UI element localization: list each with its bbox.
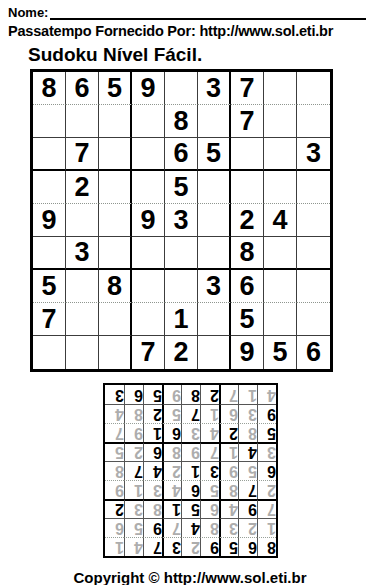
solution-cell: 5 <box>143 385 162 404</box>
puzzle-cell <box>297 72 330 105</box>
solution-cell: 6 <box>257 461 276 480</box>
puzzle-cell <box>66 270 99 303</box>
puzzle-cell: 6 <box>165 138 198 171</box>
solution-cell: 8 <box>124 404 143 423</box>
solution-grid: 8659237411238479567946518322785643196593… <box>103 383 278 558</box>
solution-cell: 7 <box>257 499 276 518</box>
solution-cell: 6 <box>219 404 238 423</box>
solution-cell: 4 <box>238 442 257 461</box>
puzzle-cell <box>66 105 99 138</box>
solution-cell: 4 <box>162 480 181 499</box>
puzzle-cell: 3 <box>198 270 231 303</box>
puzzle-cell <box>99 336 132 369</box>
solution-cell: 5 <box>257 423 276 442</box>
puzzle-cell <box>66 204 99 237</box>
solution-cell: 6 <box>124 385 143 404</box>
solution-cell: 7 <box>124 461 143 480</box>
solution-cell: 6 <box>181 480 200 499</box>
solution-cell: 7 <box>162 518 181 537</box>
solution-cell: 9 <box>143 518 162 537</box>
solution-cell: 4 <box>200 423 219 442</box>
puzzle-cell: 7 <box>33 303 66 336</box>
solution-cell: 6 <box>200 499 219 518</box>
puzzle-cell <box>99 237 132 270</box>
puzzle-cell: 9 <box>132 204 165 237</box>
puzzle-cell: 2 <box>66 171 99 204</box>
copyright: Copyright © http://www.sol.eti.br <box>0 569 380 585</box>
puzzle-cell: 7 <box>66 138 99 171</box>
solution-cell: 2 <box>162 461 181 480</box>
solution-cell: 9 <box>219 461 238 480</box>
solution-cell: 7 <box>238 480 257 499</box>
puzzle-grid: 865937877653259932438583671572956 <box>30 69 333 372</box>
puzzle-cell <box>99 138 132 171</box>
solution-cell: 2 <box>143 404 162 423</box>
solution-cell: 1 <box>105 537 124 556</box>
puzzle-cell: 5 <box>165 171 198 204</box>
puzzle-cell: 6 <box>297 336 330 369</box>
puzzle-cell: 6 <box>231 270 264 303</box>
puzzle-cell <box>297 204 330 237</box>
puzzle-cell: 9 <box>132 72 165 105</box>
solution-cell: 2 <box>257 480 276 499</box>
solution-cell: 4 <box>219 499 238 518</box>
puzzle-cell <box>231 171 264 204</box>
puzzle-cell <box>165 237 198 270</box>
puzzle-cell: 9 <box>33 204 66 237</box>
puzzle-cell <box>297 270 330 303</box>
solution-cell: 1 <box>162 499 181 518</box>
solution-cell: 8 <box>257 537 276 556</box>
solution-cell: 8 <box>181 385 200 404</box>
name-underline <box>50 6 366 20</box>
name-row: Nome: <box>0 0 380 20</box>
solution-cell: 2 <box>200 385 219 404</box>
solution-cell: 9 <box>200 537 219 556</box>
puzzle-cell <box>132 270 165 303</box>
puzzle-cell: 8 <box>165 105 198 138</box>
puzzle-cell: 7 <box>132 336 165 369</box>
solution-cell: 7 <box>219 385 238 404</box>
puzzle-cell: 6 <box>66 72 99 105</box>
solution-cell: 3 <box>105 385 124 404</box>
puzzle-cell <box>33 138 66 171</box>
solution-cell: 9 <box>124 423 143 442</box>
puzzle-cell <box>33 105 66 138</box>
solution-cell: 3 <box>181 423 200 442</box>
solution-cell: 6 <box>105 518 124 537</box>
solution-cell: 1 <box>238 385 257 404</box>
puzzle-cell: 2 <box>165 336 198 369</box>
provider-line: Passatempo Fornecido Por: http://www.sol… <box>0 20 380 39</box>
solution-cell: 5 <box>200 480 219 499</box>
solution-cell: 3 <box>238 404 257 423</box>
solution-cell: 6 <box>238 537 257 556</box>
solution-cell: 5 <box>238 461 257 480</box>
puzzle-cell: 7 <box>231 105 264 138</box>
solution-cell: 5 <box>181 499 200 518</box>
puzzle-cell <box>99 171 132 204</box>
puzzle-cell <box>66 303 99 336</box>
solution-cell: 1 <box>143 423 162 442</box>
puzzle-cell <box>297 303 330 336</box>
puzzle-cell <box>297 237 330 270</box>
puzzle-cell <box>297 171 330 204</box>
puzzle-cell <box>66 336 99 369</box>
puzzle-cell <box>165 270 198 303</box>
solution-cell: 9 <box>181 442 200 461</box>
puzzle-cell: 5 <box>264 336 297 369</box>
solution-cell: 8 <box>238 423 257 442</box>
solution-cell: 8 <box>219 480 238 499</box>
solution-cell: 2 <box>219 423 238 442</box>
puzzle-cell <box>99 105 132 138</box>
puzzle-cell <box>198 204 231 237</box>
puzzle-cell <box>33 336 66 369</box>
puzzle-cell <box>231 138 264 171</box>
solution-cell: 4 <box>124 537 143 556</box>
solution-cell: 7 <box>105 423 124 442</box>
puzzle-cell: 3 <box>198 72 231 105</box>
solution-cell: 9 <box>238 499 257 518</box>
solution-cell: 9 <box>257 404 276 423</box>
puzzle-cell: 9 <box>231 336 264 369</box>
puzzle-cell: 7 <box>231 72 264 105</box>
puzzle-cell <box>264 303 297 336</box>
solution-cell: 5 <box>105 442 124 461</box>
solution-cell: 8 <box>162 442 181 461</box>
page-title: Sudoku Nível Fácil. <box>0 39 380 69</box>
solution-cell: 4 <box>105 404 124 423</box>
puzzle-cell: 1 <box>165 303 198 336</box>
solution-cell: 9 <box>105 480 124 499</box>
puzzle-cell <box>264 270 297 303</box>
solution-cell: 8 <box>143 499 162 518</box>
puzzle-cell <box>198 171 231 204</box>
puzzle-cell: 5 <box>33 270 66 303</box>
puzzle-cell: 8 <box>33 72 66 105</box>
solution-cell: 7 <box>200 442 219 461</box>
solution-cell: 4 <box>181 518 200 537</box>
puzzle-cell: 4 <box>264 204 297 237</box>
puzzle-cell <box>198 336 231 369</box>
solution-cell: 5 <box>162 404 181 423</box>
puzzle-cell <box>165 72 198 105</box>
solution-cell: 1 <box>257 518 276 537</box>
puzzle-cell <box>198 237 231 270</box>
puzzle-cell <box>99 204 132 237</box>
puzzle-cell <box>264 105 297 138</box>
solution-cell: 4 <box>143 461 162 480</box>
solution-cell: 6 <box>143 442 162 461</box>
solution-cell: 2 <box>238 518 257 537</box>
puzzle-cell: 3 <box>297 138 330 171</box>
puzzle-cell: 8 <box>99 270 132 303</box>
solution-cell: 2 <box>105 499 124 518</box>
worksheet-page: Nome: Passatempo Fornecido Por: http://w… <box>0 0 380 585</box>
puzzle-cell <box>198 303 231 336</box>
puzzle-cell <box>198 105 231 138</box>
solution-cell: 3 <box>200 461 219 480</box>
puzzle-cell: 2 <box>231 204 264 237</box>
name-label: Nome: <box>8 6 48 20</box>
solution-cell: 3 <box>219 518 238 537</box>
solution-cell: 3 <box>143 480 162 499</box>
puzzle-cell: 5 <box>99 72 132 105</box>
solution-cell: 3 <box>257 442 276 461</box>
solution-cell: 1 <box>124 480 143 499</box>
solution-cell: 2 <box>181 537 200 556</box>
solution-cell: 4 <box>257 385 276 404</box>
puzzle-cell <box>132 237 165 270</box>
solution-cell: 5 <box>124 518 143 537</box>
solution-cell: 5 <box>219 537 238 556</box>
solution-cell: 1 <box>200 404 219 423</box>
solution-cell: 3 <box>124 499 143 518</box>
puzzle-cell: 3 <box>66 237 99 270</box>
puzzle-cell <box>132 138 165 171</box>
solution-cell: 1 <box>219 442 238 461</box>
solution-cell: 1 <box>181 461 200 480</box>
solution-cell: 3 <box>162 537 181 556</box>
puzzle-cell <box>264 138 297 171</box>
puzzle-cell <box>264 171 297 204</box>
puzzle-cell <box>99 303 132 336</box>
solution-cell: 7 <box>181 404 200 423</box>
solution-cell: 8 <box>105 461 124 480</box>
puzzle-cell <box>132 105 165 138</box>
puzzle-cell <box>264 72 297 105</box>
puzzle-cell <box>33 171 66 204</box>
puzzle-cell: 5 <box>198 138 231 171</box>
puzzle-cell: 3 <box>165 204 198 237</box>
puzzle-cell <box>297 105 330 138</box>
solution-cell: 9 <box>162 385 181 404</box>
puzzle-cell <box>132 303 165 336</box>
puzzle-cell: 5 <box>231 303 264 336</box>
puzzle-cell <box>33 237 66 270</box>
puzzle-cell <box>132 171 165 204</box>
puzzle-cell: 8 <box>231 237 264 270</box>
solution-cell: 2 <box>124 442 143 461</box>
solution-cell: 8 <box>200 518 219 537</box>
solution-cell: 7 <box>143 537 162 556</box>
puzzle-cell <box>264 237 297 270</box>
solution-cell: 6 <box>162 423 181 442</box>
